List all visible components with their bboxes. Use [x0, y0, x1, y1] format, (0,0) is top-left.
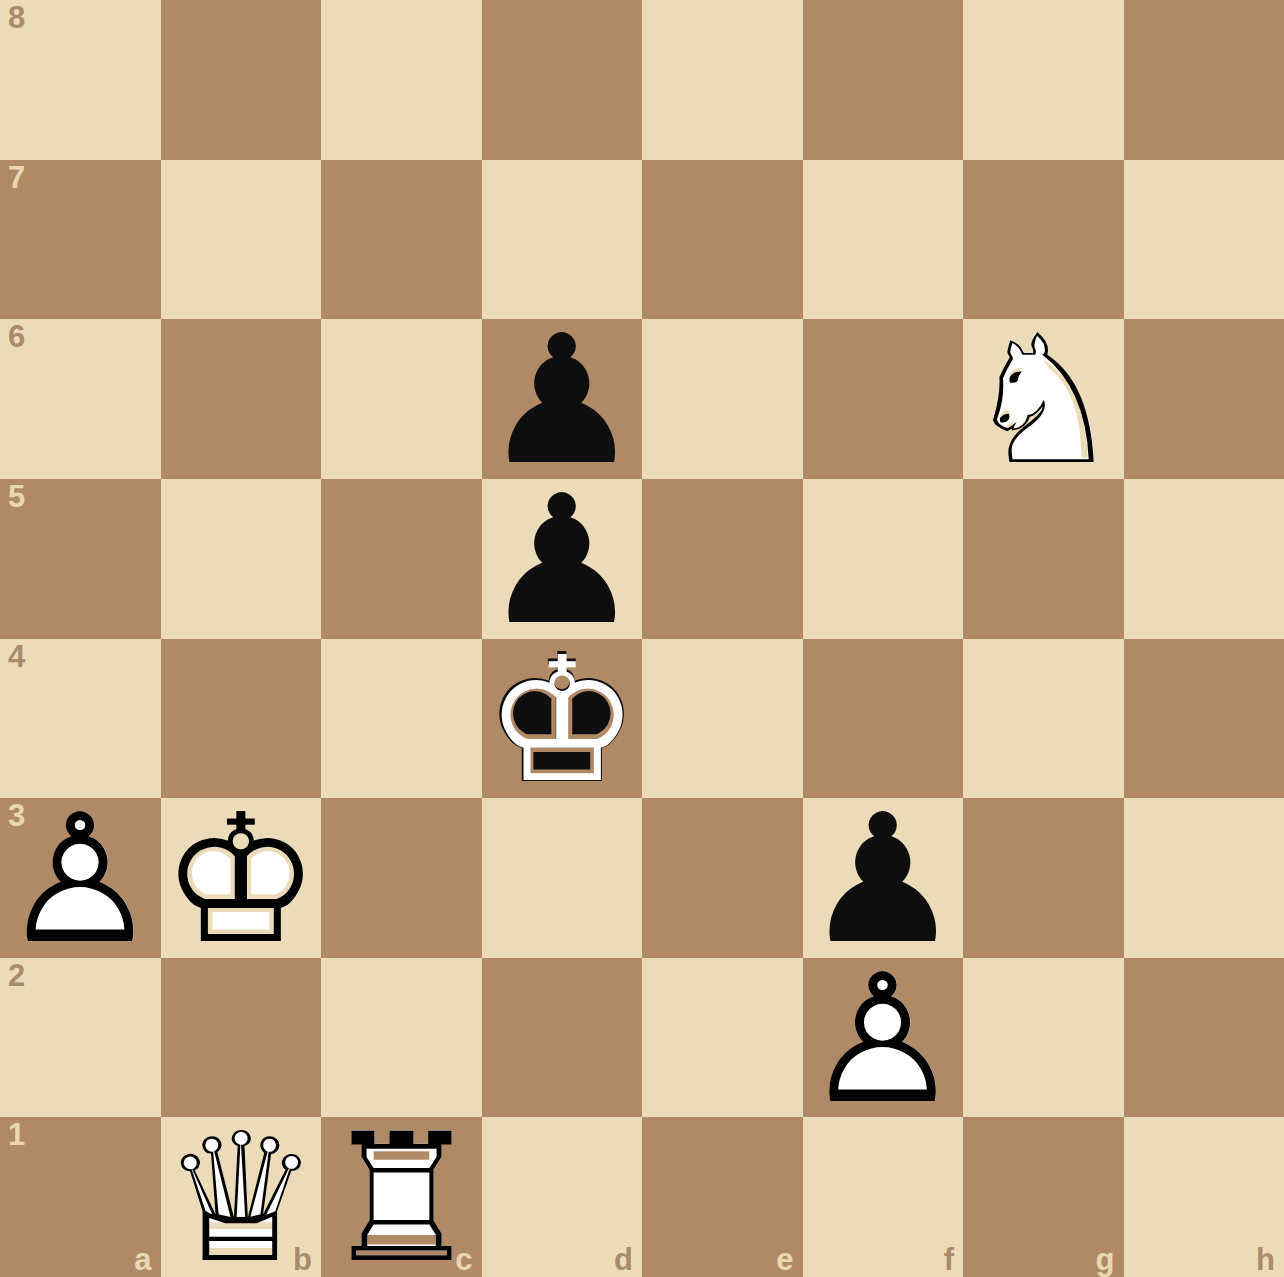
square-e3[interactable]: [642, 798, 803, 958]
square-c1[interactable]: c♜♖: [321, 1117, 482, 1277]
file-label-f: f: [944, 1244, 954, 1277]
king-outline-icon: ♔: [161, 800, 322, 960]
file-label-a: a: [134, 1244, 151, 1277]
square-a3[interactable]: 3♟♙: [0, 798, 161, 958]
square-c2[interactable]: [321, 958, 482, 1118]
square-a4[interactable]: 4: [0, 639, 161, 799]
file-label-g: g: [1096, 1244, 1115, 1277]
square-d7[interactable]: [482, 160, 643, 320]
black-king-d4-piece[interactable]: ♚♔: [482, 639, 643, 799]
square-f3[interactable]: ♟: [803, 798, 964, 958]
rank-label-7: 7: [8, 161, 25, 195]
square-c4[interactable]: [321, 639, 482, 799]
square-e1[interactable]: e: [642, 1117, 803, 1277]
square-g6[interactable]: ♞♘: [963, 319, 1124, 479]
rank-label-5: 5: [8, 480, 25, 514]
square-d2[interactable]: [482, 958, 643, 1118]
square-b1[interactable]: b♛♕: [161, 1117, 322, 1277]
square-f6[interactable]: [803, 319, 964, 479]
square-g2[interactable]: [963, 958, 1124, 1118]
rank-label-2: 2: [8, 959, 25, 993]
square-e5[interactable]: [642, 479, 803, 639]
file-label-e: e: [776, 1244, 793, 1277]
square-h2[interactable]: [1124, 958, 1284, 1118]
square-d4[interactable]: ♚♔: [482, 639, 643, 799]
square-e4[interactable]: [642, 639, 803, 799]
square-h1[interactable]: h: [1124, 1117, 1284, 1277]
square-f2[interactable]: ♟♙: [803, 958, 964, 1118]
white-pawn-f2-piece[interactable]: ♟♙: [803, 958, 964, 1118]
black-pawn-f3-piece[interactable]: ♟: [803, 798, 964, 958]
square-b8[interactable]: [161, 0, 322, 160]
square-d1[interactable]: d: [482, 1117, 643, 1277]
square-c7[interactable]: [321, 160, 482, 320]
rank-label-8: 8: [8, 1, 25, 35]
square-h4[interactable]: [1124, 639, 1284, 799]
pawn-outline-icon: ♙: [803, 960, 964, 1120]
square-h8[interactable]: [1124, 0, 1284, 160]
square-h5[interactable]: [1124, 479, 1284, 639]
rank-label-1: 1: [8, 1118, 25, 1152]
square-c5[interactable]: [321, 479, 482, 639]
square-d6[interactable]: ♟: [482, 319, 643, 479]
black-pawn-d6-piece[interactable]: ♟: [482, 319, 643, 479]
square-h7[interactable]: [1124, 160, 1284, 320]
rank-label-3: 3: [8, 799, 25, 833]
knight-outline-icon: ♘: [963, 321, 1124, 481]
square-d5[interactable]: ♟: [482, 479, 643, 639]
square-c8[interactable]: [321, 0, 482, 160]
file-label-d: d: [614, 1244, 633, 1277]
square-a7[interactable]: 7: [0, 160, 161, 320]
square-g8[interactable]: [963, 0, 1124, 160]
white-knight-g6-piece[interactable]: ♞♘: [963, 319, 1124, 479]
square-a8[interactable]: 8: [0, 0, 161, 160]
square-b7[interactable]: [161, 160, 322, 320]
file-label-b: b: [293, 1244, 312, 1277]
square-b3[interactable]: ♚♔: [161, 798, 322, 958]
square-a5[interactable]: 5: [0, 479, 161, 639]
square-a1[interactable]: 1a: [0, 1117, 161, 1277]
white-king-b3-piece[interactable]: ♚♔: [161, 798, 322, 958]
square-c6[interactable]: [321, 319, 482, 479]
rank-label-4: 4: [8, 640, 25, 674]
square-e2[interactable]: [642, 958, 803, 1118]
square-a6[interactable]: 6: [0, 319, 161, 479]
square-f7[interactable]: [803, 160, 964, 320]
square-f4[interactable]: [803, 639, 964, 799]
square-c3[interactable]: [321, 798, 482, 958]
file-label-h: h: [1256, 1244, 1275, 1277]
square-f8[interactable]: [803, 0, 964, 160]
king-outline-icon: ♔: [484, 643, 640, 798]
square-g3[interactable]: [963, 798, 1124, 958]
square-e7[interactable]: [642, 160, 803, 320]
square-h6[interactable]: [1124, 319, 1284, 479]
square-g7[interactable]: [963, 160, 1124, 320]
square-b4[interactable]: [161, 639, 322, 799]
square-e8[interactable]: [642, 0, 803, 160]
chess-board: 876♟♞♘5♟4♚♔3♟♙♚♔♟2♟♙1ab♛♕c♜♖defgh: [0, 0, 1284, 1277]
black-pawn-d5-piece[interactable]: ♟: [482, 479, 643, 639]
square-b6[interactable]: [161, 319, 322, 479]
square-d8[interactable]: [482, 0, 643, 160]
square-g4[interactable]: [963, 639, 1124, 799]
rank-label-6: 6: [8, 320, 25, 354]
square-h3[interactable]: [1124, 798, 1284, 958]
square-g1[interactable]: g: [963, 1117, 1124, 1277]
file-label-c: c: [455, 1244, 472, 1277]
square-e6[interactable]: [642, 319, 803, 479]
square-b5[interactable]: [161, 479, 322, 639]
square-f5[interactable]: [803, 479, 964, 639]
